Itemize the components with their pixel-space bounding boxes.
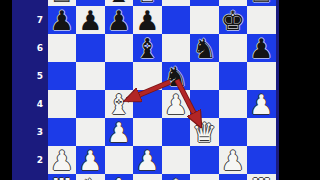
square-c4[interactable]: ♝: [105, 90, 134, 118]
square-c6[interactable]: [105, 34, 134, 62]
black-king-g7[interactable]: ♚: [219, 6, 248, 34]
square-a3[interactable]: [48, 118, 77, 146]
square-f5[interactable]: [190, 62, 219, 90]
rank-label-4: 4: [12, 90, 43, 118]
rank-label-7: 7: [12, 6, 43, 34]
rank-label-2: 2: [12, 146, 43, 174]
rank-label-6: 6: [12, 34, 43, 62]
square-h6[interactable]: ♟: [247, 34, 276, 62]
black-knight-f6[interactable]: ♞: [190, 34, 219, 62]
square-a1[interactable]: ♜: [48, 174, 77, 180]
rank-label-1: 1: [12, 174, 43, 180]
square-h2[interactable]: [247, 146, 276, 174]
square-g5[interactable]: [219, 62, 248, 90]
square-b2[interactable]: ♟: [76, 146, 105, 174]
board-squares: ♜♝♛♜♟♟♟♟♚♝♞♟♞♝♟♟♟♛♟♟♟♟♜♞♝♚♜: [48, 0, 276, 180]
square-h1[interactable]: ♜: [247, 174, 276, 180]
square-b1[interactable]: ♞: [76, 174, 105, 180]
square-f3[interactable]: ♛: [190, 118, 219, 146]
square-e4[interactable]: ♟: [162, 90, 191, 118]
white-king-e1[interactable]: ♚: [162, 174, 191, 180]
square-h4[interactable]: ♟: [247, 90, 276, 118]
square-f2[interactable]: [190, 146, 219, 174]
square-b3[interactable]: [76, 118, 105, 146]
black-pawn-d7[interactable]: ♟: [133, 6, 162, 34]
rank-label-3: 3: [12, 118, 43, 146]
square-g2[interactable]: ♟: [219, 146, 248, 174]
white-bishop-c4[interactable]: ♝: [105, 90, 134, 118]
square-f1[interactable]: [190, 174, 219, 180]
white-pawn-h4[interactable]: ♟: [247, 90, 276, 118]
square-d3[interactable]: [133, 118, 162, 146]
square-e1[interactable]: ♚: [162, 174, 191, 180]
square-d7[interactable]: ♟: [133, 6, 162, 34]
black-pawn-c7[interactable]: ♟: [105, 6, 134, 34]
square-g3[interactable]: [219, 118, 248, 146]
square-b7[interactable]: ♟: [76, 6, 105, 34]
square-h3[interactable]: [247, 118, 276, 146]
white-pawn-b2[interactable]: ♟: [76, 146, 105, 174]
black-pawn-b7[interactable]: ♟: [76, 6, 105, 34]
white-pawn-g2[interactable]: ♟: [219, 146, 248, 174]
white-pawn-e4[interactable]: ♟: [162, 90, 191, 118]
square-d6[interactable]: ♝: [133, 34, 162, 62]
square-f6[interactable]: ♞: [190, 34, 219, 62]
square-c7[interactable]: ♟: [105, 6, 134, 34]
square-g1[interactable]: [219, 174, 248, 180]
square-c5[interactable]: [105, 62, 134, 90]
square-e6[interactable]: [162, 34, 191, 62]
square-g7[interactable]: ♚: [219, 6, 248, 34]
square-c3[interactable]: ♟: [105, 118, 134, 146]
square-a5[interactable]: [48, 62, 77, 90]
square-a7[interactable]: ♟: [48, 6, 77, 34]
black-knight-e5[interactable]: ♞: [162, 62, 191, 90]
page: { "game": "chess", "position": { "fen": …: [0, 0, 320, 180]
square-h7[interactable]: [247, 6, 276, 34]
white-queen-f3[interactable]: ♛: [190, 118, 219, 146]
square-e2[interactable]: [162, 146, 191, 174]
square-e7[interactable]: [162, 6, 191, 34]
black-pawn-h6[interactable]: ♟: [247, 34, 276, 62]
square-h5[interactable]: [247, 62, 276, 90]
black-pawn-a7[interactable]: ♟: [48, 6, 77, 34]
square-b6[interactable]: [76, 34, 105, 62]
white-pawn-d2[interactable]: ♟: [133, 146, 162, 174]
white-rook-a1[interactable]: ♜: [48, 174, 77, 180]
square-e5[interactable]: ♞: [162, 62, 191, 90]
square-f7[interactable]: [190, 6, 219, 34]
white-pawn-a2[interactable]: ♟: [48, 146, 77, 174]
square-c2[interactable]: [105, 146, 134, 174]
square-d2[interactable]: ♟: [133, 146, 162, 174]
white-rook-h1[interactable]: ♜: [247, 174, 276, 180]
white-pawn-c3[interactable]: ♟: [105, 118, 134, 146]
square-g6[interactable]: [219, 34, 248, 62]
square-g4[interactable]: [219, 90, 248, 118]
square-a2[interactable]: ♟: [48, 146, 77, 174]
white-bishop-c1[interactable]: ♝: [105, 174, 134, 180]
square-a6[interactable]: [48, 34, 77, 62]
square-e3[interactable]: [162, 118, 191, 146]
square-c1[interactable]: ♝: [105, 174, 134, 180]
square-d1[interactable]: [133, 174, 162, 180]
square-a4[interactable]: [48, 90, 77, 118]
square-b4[interactable]: [76, 90, 105, 118]
chess-board: 87654321 ♜♝♛♜♟♟♟♟♚♝♞♟♞♝♟♟♟♛♟♟♟♟♜♞♝♚♜: [12, 0, 279, 180]
square-b5[interactable]: [76, 62, 105, 90]
square-d5[interactable]: [133, 62, 162, 90]
rank-label-5: 5: [12, 62, 43, 90]
square-d4[interactable]: [133, 90, 162, 118]
square-f4[interactable]: [190, 90, 219, 118]
white-knight-b1[interactable]: ♞: [76, 174, 105, 180]
black-bishop-d6[interactable]: ♝: [133, 34, 162, 62]
